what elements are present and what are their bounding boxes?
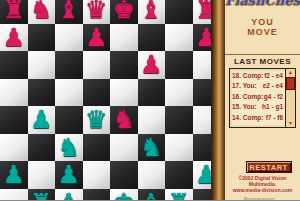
square-b1[interactable]: ♜ — [28, 189, 56, 201]
square-a1[interactable] — [0, 189, 28, 201]
teal-king-e1[interactable]: ♚ — [113, 189, 135, 200]
square-a2[interactable]: ♟ — [0, 161, 28, 189]
restart-button[interactable]: RESTART — [246, 161, 292, 174]
teal-knight-c3[interactable]: ♞ — [58, 134, 80, 161]
square-b5[interactable] — [28, 79, 56, 107]
chess-board[interactable]: ♜♞♝♛♚♝♜♟♟♟♟♟♛♞♞♞♟♟♟♜♝♚♝♜ — [0, 0, 213, 200]
square-e6[interactable] — [110, 51, 138, 79]
square-h2[interactable]: ♟ — [193, 161, 214, 189]
last-moves-header: LAST MOVES — [225, 57, 300, 66]
move-squares: h1 - g1 — [262, 102, 283, 113]
square-d3[interactable] — [83, 134, 111, 162]
square-d7[interactable]: ♟ — [83, 24, 111, 52]
square-f1[interactable]: ♝ — [138, 189, 166, 201]
square-h3[interactable] — [193, 134, 214, 162]
moves-scrollbar[interactable]: ▲ ▼ — [285, 69, 295, 127]
teal-rook-g1[interactable]: ♜ — [168, 189, 190, 200]
square-h4[interactable] — [193, 106, 214, 134]
last-moves-section: LAST MOVES 18. Comp:f2 - e417. You:e2 - … — [225, 54, 300, 128]
flashchess-app: ♜♞♝♛♚♝♜♟♟♟♟♟♛♞♞♞♟♟♟♜♝♚♝♜ FlashChess YOU … — [0, 0, 300, 200]
square-h8[interactable]: ♜ — [193, 0, 214, 24]
sidebar: FlashChess YOU MOVE LAST MOVES 18. Comp:… — [225, 0, 300, 200]
square-e8[interactable]: ♚ — [110, 0, 138, 24]
square-h6[interactable] — [193, 51, 214, 79]
moves-box: 18. Comp:f2 - e417. You:e2 - e416. Comp:… — [229, 68, 296, 128]
logo-clip: FlashChess — [225, 0, 300, 10]
teal-pawn-a2[interactable]: ♟ — [3, 161, 25, 188]
pink-pawn-a7[interactable]: ♟ — [3, 24, 25, 51]
pink-bishop-c8[interactable]: ♝ — [58, 0, 80, 23]
turn-indicator: YOU MOVE — [247, 17, 278, 37]
square-d2[interactable] — [83, 161, 111, 189]
square-a3[interactable] — [0, 134, 28, 162]
pink-king-e8[interactable]: ♚ — [113, 0, 135, 23]
square-e3[interactable] — [110, 134, 138, 162]
square-h1[interactable] — [193, 189, 214, 201]
copyright: ©2002 Digital Vision Multimedia. www.med… — [225, 175, 300, 193]
pink-pawn-f6[interactable]: ♟ — [140, 51, 162, 78]
square-g8[interactable] — [165, 0, 193, 24]
square-g1[interactable]: ♜ — [165, 189, 193, 201]
scroll-up-icon[interactable]: ▲ — [286, 69, 295, 76]
square-e7[interactable] — [110, 24, 138, 52]
moves-list: 18. Comp:f2 - e417. You:e2 - e416. Comp:… — [230, 69, 285, 127]
turn-line-2: MOVE — [247, 27, 278, 37]
pink-bishop-f8[interactable]: ♝ — [140, 0, 162, 23]
teal-bishop-c1[interactable]: ♝ — [58, 189, 80, 200]
square-c8[interactable]: ♝ — [55, 0, 83, 24]
square-c7[interactable] — [55, 24, 83, 52]
teal-rook-b1[interactable]: ♜ — [30, 189, 52, 200]
square-g7[interactable] — [165, 24, 193, 52]
website-link[interactable]: www.media-division.com — [225, 187, 300, 193]
square-a7[interactable]: ♟ — [0, 24, 28, 52]
square-g6[interactable] — [165, 51, 193, 79]
square-c2[interactable]: ♟ — [55, 161, 83, 189]
square-f2[interactable] — [138, 161, 166, 189]
square-g2[interactable] — [165, 161, 193, 189]
square-f4[interactable] — [138, 106, 166, 134]
move-player: 17. You: — [232, 81, 257, 92]
move-row-14: 14. Comp:f7 - f6 — [232, 113, 283, 124]
move-player: 15. You: — [232, 102, 257, 113]
square-b7[interactable] — [28, 24, 56, 52]
square-g3[interactable] — [165, 134, 193, 162]
square-b2[interactable] — [28, 161, 56, 189]
teal-pawn-c2[interactable]: ♟ — [58, 161, 80, 188]
board-grid: ♜♞♝♛♚♝♜♟♟♟♟♟♛♞♞♞♟♟♟♜♝♚♝♜ — [0, 0, 213, 200]
square-d4[interactable]: ♛ — [83, 106, 111, 134]
square-c4[interactable] — [55, 106, 83, 134]
square-d6[interactable] — [83, 51, 111, 79]
pink-rook-a8[interactable]: ♜ — [3, 0, 25, 23]
square-b8[interactable]: ♞ — [28, 0, 56, 24]
square-f7[interactable] — [138, 24, 166, 52]
move-row-15: 15. You:h1 - g1 — [232, 102, 283, 113]
square-a4[interactable] — [0, 106, 28, 134]
app-logo: FlashChess — [225, 0, 300, 9]
square-c1[interactable]: ♝ — [55, 189, 83, 201]
pink-pawn-d7[interactable]: ♟ — [85, 24, 107, 51]
square-f5[interactable] — [138, 79, 166, 107]
copyright-line: ©2002 Digital Vision Multimedia. — [225, 175, 300, 187]
board-frame — [211, 0, 225, 200]
teal-knight-f3[interactable]: ♞ — [140, 134, 162, 161]
square-c5[interactable] — [55, 79, 83, 107]
move-player: 18. Comp: — [232, 71, 263, 82]
square-c3[interactable]: ♞ — [55, 134, 83, 162]
square-e2[interactable] — [110, 161, 138, 189]
square-h5[interactable] — [193, 79, 214, 107]
square-f6[interactable]: ♟ — [138, 51, 166, 79]
square-d8[interactable]: ♛ — [83, 0, 111, 24]
teal-pawn-b4[interactable]: ♟ — [30, 106, 52, 133]
move-squares: e2 - e4 — [263, 81, 283, 92]
square-h7[interactable]: ♟ — [193, 24, 214, 52]
move-squares: g4 - f2 — [264, 92, 283, 103]
square-a6[interactable] — [0, 51, 28, 79]
square-b4[interactable]: ♟ — [28, 106, 56, 134]
pink-knight-b8[interactable]: ♞ — [30, 0, 52, 23]
teal-queen-d4[interactable]: ♛ — [85, 106, 107, 133]
move-player: 14. Comp: — [232, 113, 263, 124]
teal-bishop-f1[interactable]: ♝ — [140, 189, 162, 200]
square-e4[interactable]: ♞ — [110, 106, 138, 134]
square-e5[interactable] — [110, 79, 138, 107]
move-squares: f2 - e4 — [264, 71, 283, 82]
move-row-17: 17. You:e2 - e4 — [232, 81, 283, 92]
move-player: 16. Comp: — [232, 92, 263, 103]
pink-queen-d8[interactable]: ♛ — [85, 0, 107, 23]
scroll-down-icon[interactable]: ▼ — [286, 120, 295, 127]
square-f8[interactable]: ♝ — [138, 0, 166, 24]
square-a8[interactable]: ♜ — [0, 0, 28, 24]
scroll-thumb[interactable] — [286, 77, 295, 90]
square-e1[interactable]: ♚ — [110, 189, 138, 201]
credits-clipped: Programming: ... — [225, 196, 300, 200]
square-f3[interactable]: ♞ — [138, 134, 166, 162]
move-row-16: 16. Comp:g4 - f2 — [232, 92, 283, 103]
move-row-18: 18. Comp:f2 - e4 — [232, 71, 283, 82]
square-a5[interactable] — [0, 79, 28, 107]
square-g5[interactable] — [165, 79, 193, 107]
square-b6[interactable] — [28, 51, 56, 79]
square-g4[interactable] — [165, 106, 193, 134]
pink-knight-e4[interactable]: ♞ — [113, 106, 135, 133]
square-d1[interactable] — [83, 189, 111, 201]
move-squares: f7 - f6 — [266, 113, 283, 124]
square-c6[interactable] — [55, 51, 83, 79]
turn-line-1: YOU — [247, 17, 278, 27]
square-d5[interactable] — [83, 79, 111, 107]
square-b3[interactable] — [28, 134, 56, 162]
